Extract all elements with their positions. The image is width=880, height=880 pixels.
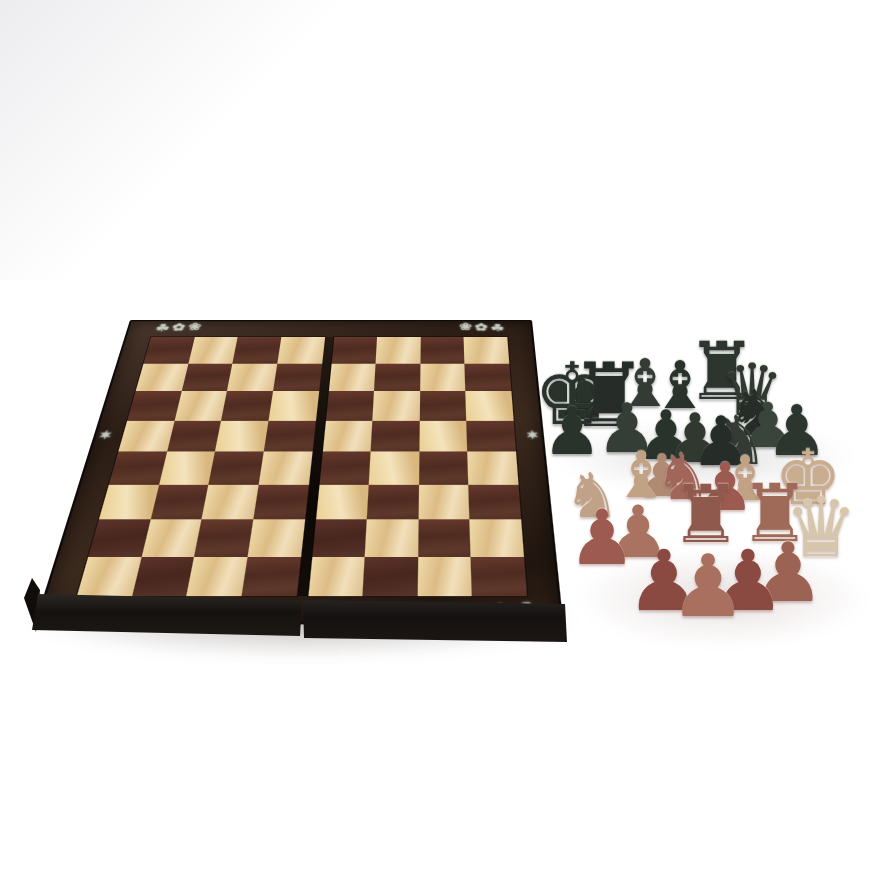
light-pawn[interactable]: ♟ xyxy=(669,543,746,629)
dark-pawn[interactable]: ♟ xyxy=(542,399,601,465)
pieces-layer: ♜♝♝♛♟♚♜♞♟♟♟♟♟♟♞♟♟♝♞♝♚♟♞♜♜♛♟♟♟♟♟♟ xyxy=(0,0,880,880)
photo-scene: ☘✿❀ ☘✿❀ ☘✿❀ ☘✿❀ ✶ ✶ ♜♝♝♛♟♚♜♞♟♟♟♟♟♟♞♟♟♝♞♝… xyxy=(0,0,880,880)
